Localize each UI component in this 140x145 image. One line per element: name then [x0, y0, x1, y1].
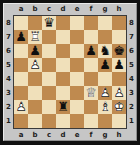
file-label-h: h	[117, 6, 122, 13]
black-pawn-piece[interactable]: ♟	[98, 58, 112, 72]
file-label-g: g	[102, 6, 107, 13]
rank-labels-left: 87654321	[6, 16, 11, 128]
white-piece-outline: ♗	[98, 100, 112, 114]
square-d5[interactable]	[56, 58, 70, 72]
square-a5[interactable]	[14, 58, 28, 72]
square-d1[interactable]	[56, 114, 70, 128]
file-label-f: f	[89, 132, 92, 139]
rank-label-5: 5	[6, 62, 11, 69]
square-f4[interactable]	[84, 72, 98, 86]
square-a6[interactable]	[14, 44, 28, 58]
file-label-h: h	[117, 132, 122, 139]
rank-label-2: 2	[129, 104, 134, 111]
square-f5[interactable]	[84, 58, 98, 72]
square-b8[interactable]	[28, 16, 42, 30]
black-rook-piece[interactable]: ♜	[56, 100, 70, 114]
square-b7[interactable]: ♜♖	[28, 30, 42, 44]
white-queen-piece[interactable]: ♛♕	[84, 86, 98, 100]
square-h1[interactable]	[112, 114, 126, 128]
square-d6[interactable]	[56, 44, 70, 58]
file-label-e: e	[75, 132, 80, 139]
square-e5[interactable]	[70, 58, 84, 72]
file-label-g: g	[102, 132, 107, 139]
black-piece-glyph: ♛	[42, 16, 56, 30]
rank-label-8: 8	[6, 20, 11, 27]
file-label-b: b	[32, 6, 37, 13]
white-piece-outline: ♙	[98, 86, 112, 100]
file-label-b: b	[32, 132, 37, 139]
square-h5[interactable]: ♟	[112, 58, 126, 72]
white-piece-outline: ♖	[28, 30, 42, 44]
square-h4[interactable]	[112, 72, 126, 86]
square-b1[interactable]	[28, 114, 42, 128]
file-label-a: a	[19, 132, 24, 139]
square-f2[interactable]	[84, 100, 98, 114]
square-e6[interactable]	[70, 44, 84, 58]
square-c3[interactable]	[42, 86, 56, 100]
black-pawn-piece[interactable]: ♟	[112, 58, 126, 72]
square-g4[interactable]	[98, 72, 112, 86]
rank-label-6: 6	[6, 48, 11, 55]
square-g6[interactable]: ♞	[98, 44, 112, 58]
black-king-piece[interactable]: ♚	[112, 44, 126, 58]
black-piece-glyph: ♟	[98, 58, 112, 72]
square-c6[interactable]	[42, 44, 56, 58]
square-h3[interactable]: ♟♙	[112, 86, 126, 100]
square-h6[interactable]: ♚	[112, 44, 126, 58]
white-piece-outline: ♙	[112, 86, 126, 100]
square-h2[interactable]: ♚♔	[112, 100, 126, 114]
square-c2[interactable]	[42, 100, 56, 114]
white-piece-outline: ♙	[28, 58, 42, 72]
black-queen-piece[interactable]: ♛	[42, 16, 56, 30]
file-label-f: f	[89, 6, 92, 13]
rank-label-4: 4	[129, 76, 134, 83]
square-f7[interactable]	[84, 30, 98, 44]
file-label-d: d	[60, 6, 65, 13]
chess-diagram-window: abcdefgh 87654321 ♛♟♜♖♟♟♞♚♟♙♟♟♛♕♟♙♟♙♟♙♜♝…	[0, 0, 140, 145]
square-a1[interactable]	[14, 114, 28, 128]
black-piece-glyph: ♚	[112, 44, 126, 58]
rank-label-7: 7	[129, 34, 134, 41]
rank-label-3: 3	[6, 90, 11, 97]
square-d7[interactable]	[56, 30, 70, 44]
square-f8[interactable]	[84, 16, 98, 30]
square-b2[interactable]	[28, 100, 42, 114]
square-c5[interactable]	[42, 58, 56, 72]
rank-label-5: 5	[129, 62, 134, 69]
white-rook-piece[interactable]: ♜♖	[28, 30, 42, 44]
square-e2[interactable]	[70, 100, 84, 114]
square-g8[interactable]	[98, 16, 112, 30]
rank-labels-right: 87654321	[129, 16, 134, 128]
square-b6[interactable]: ♟	[28, 44, 42, 58]
square-d3[interactable]	[56, 86, 70, 100]
white-pawn-piece[interactable]: ♟♙	[112, 86, 126, 100]
black-pawn-piece[interactable]: ♟	[28, 44, 42, 58]
black-piece-glyph: ♞	[98, 44, 112, 58]
square-g7[interactable]	[98, 30, 112, 44]
black-piece-glyph: ♟	[14, 30, 28, 44]
board-frame: abcdefgh 87654321 ♛♟♜♖♟♟♞♚♟♙♟♟♛♕♟♙♟♙♟♙♜♝…	[3, 3, 137, 141]
file-label-d: d	[60, 132, 65, 139]
square-g3[interactable]: ♟♙	[98, 86, 112, 100]
square-b4[interactable]	[28, 72, 42, 86]
black-piece-glyph: ♜	[56, 100, 70, 114]
file-label-e: e	[75, 6, 80, 13]
black-pawn-piece[interactable]: ♟	[84, 44, 98, 58]
white-pawn-piece[interactable]: ♟♙	[98, 86, 112, 100]
square-f1[interactable]	[84, 114, 98, 128]
square-c4[interactable]	[42, 72, 56, 86]
square-f3[interactable]: ♛♕	[84, 86, 98, 100]
white-piece-outline: ♕	[84, 86, 98, 100]
black-pawn-piece[interactable]: ♟	[14, 30, 28, 44]
square-g2[interactable]: ♝♗	[98, 100, 112, 114]
white-pawn-piece[interactable]: ♟♙	[14, 100, 28, 114]
square-c8[interactable]: ♛	[42, 16, 56, 30]
white-piece-outline: ♙	[14, 100, 28, 114]
white-bishop-piece[interactable]: ♝♗	[98, 100, 112, 114]
black-piece-glyph: ♟	[28, 44, 42, 58]
square-c1[interactable]	[42, 114, 56, 128]
square-d4[interactable]	[56, 72, 70, 86]
square-e7[interactable]	[70, 30, 84, 44]
chess-board: ♛♟♜♖♟♟♞♚♟♙♟♟♛♕♟♙♟♙♟♙♜♝♗♚♔	[13, 15, 127, 129]
square-e3[interactable]	[70, 86, 84, 100]
white-king-piece[interactable]: ♚♔	[112, 100, 126, 114]
file-labels-top: abcdefgh	[14, 6, 126, 13]
white-pawn-piece[interactable]: ♟♙	[28, 58, 42, 72]
black-piece-glyph: ♟	[112, 58, 126, 72]
rank-label-1: 1	[129, 118, 134, 125]
square-b5[interactable]: ♟♙	[28, 58, 42, 72]
black-piece-glyph: ♟	[84, 44, 98, 58]
file-label-a: a	[19, 6, 24, 13]
rank-label-6: 6	[129, 48, 134, 55]
square-g5[interactable]: ♟	[98, 58, 112, 72]
square-c7[interactable]	[42, 30, 56, 44]
square-d8[interactable]	[56, 16, 70, 30]
rank-label-3: 3	[129, 90, 134, 97]
square-e4[interactable]	[70, 72, 84, 86]
square-f6[interactable]: ♟	[84, 44, 98, 58]
file-label-c: c	[47, 6, 51, 13]
square-h8[interactable]	[112, 16, 126, 30]
square-g1[interactable]	[98, 114, 112, 128]
rank-label-4: 4	[6, 76, 11, 83]
square-d2[interactable]: ♜	[56, 100, 70, 114]
rank-label-8: 8	[129, 20, 134, 27]
black-knight-piece[interactable]: ♞	[98, 44, 112, 58]
square-a4[interactable]	[14, 72, 28, 86]
rank-label-1: 1	[6, 118, 11, 125]
square-b3[interactable]	[28, 86, 42, 100]
white-piece-outline: ♔	[112, 100, 126, 114]
square-a3[interactable]	[14, 86, 28, 100]
rank-label-7: 7	[6, 34, 11, 41]
square-a7[interactable]: ♟	[14, 30, 28, 44]
square-a2[interactable]: ♟♙	[14, 100, 28, 114]
square-h7[interactable]	[112, 30, 126, 44]
file-label-c: c	[47, 132, 51, 139]
file-labels-bottom: abcdefgh	[14, 132, 126, 139]
square-e8[interactable]	[70, 16, 84, 30]
square-a8[interactable]	[14, 16, 28, 30]
rank-label-2: 2	[6, 104, 11, 111]
square-e1[interactable]	[70, 114, 84, 128]
